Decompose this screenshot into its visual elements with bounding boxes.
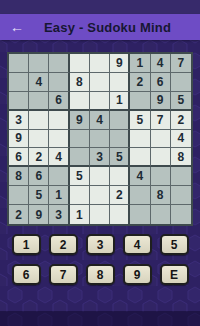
sudoku-cell[interactable] — [70, 148, 90, 167]
sudoku-cell[interactable] — [70, 186, 90, 205]
keypad-row: 12345 — [0, 234, 200, 255]
sudoku-cell[interactable] — [9, 92, 29, 111]
sudoku-cell[interactable] — [90, 205, 110, 224]
sudoku-cell[interactable] — [9, 186, 29, 205]
sudoku-cell[interactable]: 8 — [151, 186, 171, 205]
sudoku-cell[interactable] — [130, 186, 150, 205]
sudoku-cell[interactable]: 9 — [110, 54, 130, 73]
sudoku-cell[interactable] — [130, 148, 150, 167]
sudoku-cell[interactable]: 8 — [171, 148, 191, 167]
sudoku-app-screen: ← Easy - Sudoku Mind 9147482661953945729… — [0, 0, 200, 326]
sudoku-cell[interactable] — [70, 54, 90, 73]
number-keypad: 123456789E — [0, 234, 200, 285]
sudoku-cell[interactable] — [110, 111, 130, 130]
sudoku-cell[interactable] — [171, 186, 191, 205]
sudoku-cell[interactable] — [70, 130, 90, 149]
sudoku-cell[interactable]: 3 — [49, 205, 69, 224]
keypad-button-3[interactable]: 3 — [86, 234, 115, 255]
sudoku-cell[interactable]: 8 — [70, 73, 90, 92]
sudoku-cell[interactable] — [49, 54, 69, 73]
sudoku-cell[interactable] — [90, 130, 110, 149]
keypad-button-9[interactable]: 9 — [123, 264, 152, 285]
sudoku-cell[interactable]: 9 — [29, 205, 49, 224]
keypad-row: 6789E — [0, 264, 200, 285]
sudoku-cell[interactable] — [151, 148, 171, 167]
sudoku-cell[interactable]: 2 — [110, 186, 130, 205]
sudoku-cell[interactable]: 6 — [49, 92, 69, 111]
sudoku-cell[interactable] — [49, 130, 69, 149]
navigation-bar — [0, 311, 200, 326]
sudoku-board: 91474826619539457294624358865451282931 — [7, 52, 193, 226]
sudoku-cell[interactable] — [29, 54, 49, 73]
sudoku-cell[interactable] — [90, 73, 110, 92]
sudoku-cell[interactable]: 5 — [70, 167, 90, 186]
sudoku-cell[interactable] — [90, 54, 110, 73]
sudoku-cell[interactable]: 6 — [9, 148, 29, 167]
sudoku-cell[interactable]: 7 — [151, 111, 171, 130]
sudoku-cell[interactable]: 7 — [171, 54, 191, 73]
keypad-button-6[interactable]: 6 — [12, 264, 41, 285]
sudoku-cell[interactable] — [151, 130, 171, 149]
sudoku-cell[interactable]: 5 — [130, 111, 150, 130]
sudoku-cell[interactable] — [70, 92, 90, 111]
sudoku-cell[interactable] — [110, 130, 130, 149]
keypad-button-5[interactable]: 5 — [160, 234, 189, 255]
sudoku-cell[interactable] — [171, 73, 191, 92]
sudoku-cell[interactable] — [9, 73, 29, 92]
sudoku-cell[interactable] — [49, 111, 69, 130]
keypad-button-E[interactable]: E — [160, 264, 189, 285]
sudoku-cell[interactable] — [110, 205, 130, 224]
sudoku-cell[interactable] — [130, 205, 150, 224]
sudoku-cell[interactable]: 4 — [49, 148, 69, 167]
sudoku-cell[interactable] — [29, 130, 49, 149]
sudoku-cell[interactable]: 5 — [110, 148, 130, 167]
sudoku-cell[interactable]: 4 — [151, 54, 171, 73]
sudoku-cell[interactable]: 5 — [29, 186, 49, 205]
page-title: Easy - Sudoku Mind — [44, 20, 171, 35]
sudoku-cell[interactable] — [90, 186, 110, 205]
sudoku-cell[interactable] — [49, 73, 69, 92]
sudoku-cell[interactable]: 2 — [130, 73, 150, 92]
sudoku-cell[interactable]: 4 — [90, 111, 110, 130]
sudoku-cell[interactable]: 6 — [29, 167, 49, 186]
sudoku-cell[interactable] — [29, 92, 49, 111]
keypad-button-8[interactable]: 8 — [86, 264, 115, 285]
keypad-button-2[interactable]: 2 — [49, 234, 78, 255]
sudoku-cell[interactable]: 3 — [90, 148, 110, 167]
sudoku-cell[interactable]: 9 — [151, 92, 171, 111]
sudoku-cell[interactable] — [90, 92, 110, 111]
sudoku-cell[interactable] — [130, 92, 150, 111]
sudoku-cell[interactable]: 1 — [110, 92, 130, 111]
sudoku-cell[interactable] — [171, 167, 191, 186]
sudoku-cell[interactable]: 3 — [9, 111, 29, 130]
sudoku-cell[interactable]: 1 — [49, 186, 69, 205]
sudoku-cell[interactable]: 1 — [70, 205, 90, 224]
sudoku-cell[interactable]: 2 — [9, 205, 29, 224]
keypad-button-1[interactable]: 1 — [12, 234, 41, 255]
sudoku-cell[interactable]: 1 — [130, 54, 150, 73]
sudoku-cell[interactable]: 4 — [130, 167, 150, 186]
sudoku-cell[interactable] — [130, 130, 150, 149]
sudoku-cell[interactable]: 9 — [9, 130, 29, 149]
sudoku-cell[interactable] — [9, 54, 29, 73]
sudoku-cell[interactable] — [90, 167, 110, 186]
keypad-button-7[interactable]: 7 — [49, 264, 78, 285]
status-bar — [0, 0, 200, 14]
sudoku-cell[interactable]: 6 — [151, 73, 171, 92]
sudoku-cell[interactable]: 2 — [29, 148, 49, 167]
sudoku-cell[interactable] — [49, 167, 69, 186]
sudoku-cell[interactable]: 9 — [70, 111, 90, 130]
sudoku-cell[interactable] — [110, 167, 130, 186]
sudoku-cell[interactable] — [171, 205, 191, 224]
sudoku-cell[interactable] — [151, 167, 171, 186]
sudoku-cell[interactable]: 4 — [171, 130, 191, 149]
sudoku-cell[interactable]: 2 — [171, 111, 191, 130]
sudoku-cell[interactable] — [151, 205, 171, 224]
app-bar: ← Easy - Sudoku Mind — [0, 14, 200, 40]
sudoku-cell[interactable] — [110, 73, 130, 92]
sudoku-cell[interactable]: 4 — [29, 73, 49, 92]
sudoku-cell[interactable]: 8 — [9, 167, 29, 186]
sudoku-cell[interactable] — [29, 111, 49, 130]
sudoku-cell[interactable]: 5 — [171, 92, 191, 111]
back-arrow-icon[interactable]: ← — [2, 14, 32, 40]
keypad-button-4[interactable]: 4 — [123, 234, 152, 255]
